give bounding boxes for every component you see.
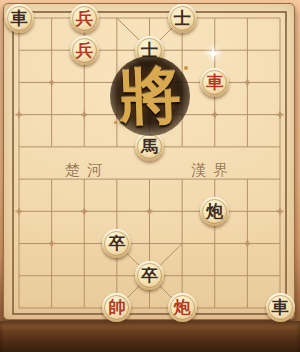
piece-character: 士	[174, 10, 191, 27]
red-cannon[interactable]: 炮	[168, 293, 197, 322]
check-overlay: 將	[110, 56, 190, 136]
black-chariot[interactable]: 車	[5, 4, 34, 33]
check-text: 將	[118, 53, 183, 139]
red-chariot[interactable]: 車	[200, 68, 229, 97]
red-soldier[interactable]: 兵	[70, 36, 99, 65]
red-soldier[interactable]: 兵	[70, 4, 99, 33]
piece-character: 兵	[76, 42, 93, 59]
table-surface	[0, 321, 300, 352]
piece-character: 車	[11, 10, 28, 27]
piece-character: 卒	[141, 267, 158, 284]
gold-splash	[184, 66, 188, 70]
piece-character: 兵	[76, 10, 93, 27]
piece-character: 卒	[108, 235, 125, 252]
pieces-layer: 車兵士兵士將車馬炮卒卒帥炮車	[3, 2, 297, 324]
black-soldier[interactable]: 卒	[135, 261, 164, 290]
piece-character: 車	[206, 74, 223, 91]
piece-character: 馬	[141, 138, 158, 155]
black-cannon[interactable]: 炮	[200, 197, 229, 226]
black-soldier[interactable]: 卒	[102, 229, 131, 258]
piece-character: 炮	[206, 203, 223, 220]
piece-character: 炮	[174, 299, 191, 316]
black-advisor[interactable]: 士	[168, 4, 197, 33]
black-chariot[interactable]: 車	[266, 293, 295, 322]
piece-character: 帥	[108, 299, 125, 316]
gold-splash	[114, 121, 117, 124]
piece-character: 車	[272, 299, 289, 316]
red-general[interactable]: 帥	[102, 293, 131, 322]
game-screen: 楚河 漢界 車兵士兵士將車馬炮卒卒帥炮車 將	[0, 0, 300, 352]
